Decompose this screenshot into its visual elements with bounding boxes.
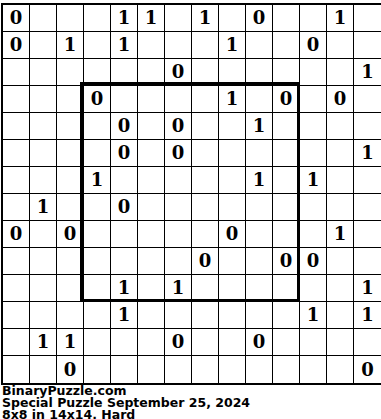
cell-r9c13[interactable] [354,248,381,275]
cell-r1c12[interactable] [327,32,354,59]
cell-r5c4: 0 [111,140,138,167]
cell-r9c1[interactable] [30,248,57,275]
cell-r11c7[interactable] [192,302,219,329]
cell-r5c11[interactable] [300,140,327,167]
cell-r10c13: 1 [354,275,381,302]
cell-r3c11[interactable] [300,86,327,113]
cell-r10c1[interactable] [30,275,57,302]
cell-r10c5[interactable] [138,275,165,302]
cell-r11c0[interactable] [3,302,30,329]
cell-r12c8[interactable] [219,329,246,356]
cell-r13c1[interactable] [30,356,57,383]
cell-r5c12[interactable] [327,140,354,167]
cell-r1c1[interactable] [30,32,57,59]
puzzle-difficulty: 8x8 in 14x14, Hard [2,409,381,419]
cell-r2c9[interactable] [246,59,273,86]
cell-r10c11[interactable] [300,275,327,302]
cell-r3c0[interactable] [3,86,30,113]
cell-r11c12[interactable] [327,302,354,329]
cell-r0c6[interactable] [165,5,192,32]
cell-r6c1[interactable] [30,167,57,194]
cell-r3c3: 0 [84,86,111,113]
cell-r9c7: 0 [192,248,219,275]
cell-r11c1[interactable] [30,302,57,329]
cell-r2c2[interactable] [57,59,84,86]
cell-r7c12[interactable] [327,194,354,221]
cell-r0c1[interactable] [30,5,57,32]
cell-r5c3[interactable] [84,140,111,167]
cell-r7c0[interactable] [3,194,30,221]
cell-r7c5[interactable] [138,194,165,221]
cell-r9c8[interactable] [219,248,246,275]
cell-r5c10[interactable] [273,140,300,167]
cell-r10c4: 1 [111,275,138,302]
cell-r8c5[interactable] [138,221,165,248]
cell-r8c12: 1 [327,221,354,248]
cell-r11c11: 1 [300,302,327,329]
cell-r6c6[interactable] [165,167,192,194]
cell-r2c11[interactable] [300,59,327,86]
cell-r4c6: 0 [165,113,192,140]
cell-r3c10: 0 [273,86,300,113]
caption: BinaryPuzzle.com Special Puzzle Septembe… [0,385,381,419]
cell-r6c2[interactable] [57,167,84,194]
cell-r4c1[interactable] [30,113,57,140]
cell-r6c4[interactable] [111,167,138,194]
cell-r0c12: 1 [327,5,354,32]
cell-r12c10[interactable] [273,329,300,356]
cell-r10c10[interactable] [273,275,300,302]
cell-r3c1[interactable] [30,86,57,113]
cell-r4c3[interactable] [84,113,111,140]
cell-r7c1: 1 [30,194,57,221]
cell-r9c11: 0 [300,248,327,275]
cell-r10c0[interactable] [3,275,30,302]
cell-r13c12[interactable] [327,356,354,383]
cell-r1c3[interactable] [84,32,111,59]
cell-r13c3[interactable] [84,356,111,383]
cell-r1c13[interactable] [354,32,381,59]
cell-r1c8: 1 [219,32,246,59]
cell-r4c13[interactable] [354,113,381,140]
cell-r4c0[interactable] [3,113,30,140]
cell-r2c8[interactable] [219,59,246,86]
puzzle-grid: 0111010111001010000100111110000100011111… [1,3,381,385]
cell-r12c3[interactable] [84,329,111,356]
cell-r2c5[interactable] [138,59,165,86]
cell-r3c8: 1 [219,86,246,113]
cell-r6c13[interactable] [354,167,381,194]
cell-r11c2[interactable] [57,302,84,329]
cell-r8c10[interactable] [273,221,300,248]
cell-r0c11[interactable] [300,5,327,32]
cell-r9c6[interactable] [165,248,192,275]
cell-r12c13[interactable] [354,329,381,356]
cell-r12c0[interactable] [3,329,30,356]
cell-r13c0[interactable] [3,356,30,383]
cell-r5c8[interactable] [219,140,246,167]
cell-r13c4[interactable] [111,356,138,383]
cell-r11c9[interactable] [246,302,273,329]
cell-r5c7[interactable] [192,140,219,167]
cell-r11c6[interactable] [165,302,192,329]
cell-r2c12[interactable] [327,59,354,86]
cell-r0c9: 0 [246,5,273,32]
cell-r4c11[interactable] [300,113,327,140]
cell-r13c9[interactable] [246,356,273,383]
cell-r6c3: 1 [84,167,111,194]
cell-r2c1[interactable] [30,59,57,86]
cell-r2c10[interactable] [273,59,300,86]
cell-r11c10[interactable] [273,302,300,329]
cell-r10c8[interactable] [219,275,246,302]
cell-r10c2[interactable] [57,275,84,302]
cell-r7c6[interactable] [165,194,192,221]
cell-r6c11: 1 [300,167,327,194]
cell-r0c0: 0 [3,5,30,32]
cell-r4c10[interactable] [273,113,300,140]
cell-r7c13[interactable] [354,194,381,221]
cell-r8c13[interactable] [354,221,381,248]
cell-r7c9[interactable] [246,194,273,221]
cell-r1c4: 1 [111,32,138,59]
cell-r10c7[interactable] [192,275,219,302]
cell-r4c2[interactable] [57,113,84,140]
cell-r0c8[interactable] [219,5,246,32]
cell-r2c4[interactable] [111,59,138,86]
cell-r6c0[interactable] [3,167,30,194]
cell-r1c6[interactable] [165,32,192,59]
cell-r3c9[interactable] [246,86,273,113]
cell-r12c7[interactable] [192,329,219,356]
cell-r7c3[interactable] [84,194,111,221]
cell-r6c10[interactable] [273,167,300,194]
cell-r12c4[interactable] [111,329,138,356]
cell-r13c13: 0 [354,356,381,383]
cell-r5c9[interactable] [246,140,273,167]
cell-r13c10[interactable] [273,356,300,383]
cell-r3c5[interactable] [138,86,165,113]
cell-r4c5[interactable] [138,113,165,140]
cell-r9c4[interactable] [111,248,138,275]
cell-r1c5[interactable] [138,32,165,59]
cell-r7c10[interactable] [273,194,300,221]
cell-r5c13: 1 [354,140,381,167]
cell-r2c13: 1 [354,59,381,86]
cell-r9c10: 0 [273,248,300,275]
cell-r5c2[interactable] [57,140,84,167]
cell-r10c12[interactable] [327,275,354,302]
cell-r12c12[interactable] [327,329,354,356]
cell-r7c2[interactable] [57,194,84,221]
cell-r5c6: 0 [165,140,192,167]
cell-r11c3[interactable] [84,302,111,329]
cell-r12c9: 0 [246,329,273,356]
cell-r8c2: 0 [57,221,84,248]
cell-r6c7[interactable] [192,167,219,194]
cell-r8c11[interactable] [300,221,327,248]
cell-r13c8[interactable] [219,356,246,383]
cell-r2c7[interactable] [192,59,219,86]
cell-r1c11: 0 [300,32,327,59]
cell-r7c4: 0 [111,194,138,221]
cell-r3c13[interactable] [354,86,381,113]
cell-r3c6[interactable] [165,86,192,113]
cell-r5c0[interactable] [3,140,30,167]
cell-r4c9: 1 [246,113,273,140]
cell-r5c1[interactable] [30,140,57,167]
cell-r4c8[interactable] [219,113,246,140]
cell-r1c10[interactable] [273,32,300,59]
cell-r9c5[interactable] [138,248,165,275]
cell-r6c12[interactable] [327,167,354,194]
cell-r9c9[interactable] [246,248,273,275]
cell-r0c4: 1 [111,5,138,32]
cell-r6c9: 1 [246,167,273,194]
cell-r8c4[interactable] [111,221,138,248]
cell-r6c8[interactable] [219,167,246,194]
cell-r8c6[interactable] [165,221,192,248]
cell-r1c9[interactable] [246,32,273,59]
puzzle-board: 0111010111001010000100111110000100011111… [1,3,381,385]
cell-r12c11[interactable] [300,329,327,356]
cell-r1c7[interactable] [192,32,219,59]
cell-r3c7[interactable] [192,86,219,113]
cell-r1c0: 0 [3,32,30,59]
cell-r9c0[interactable] [3,248,30,275]
cell-r8c1[interactable] [30,221,57,248]
cell-r6c5[interactable] [138,167,165,194]
cell-r13c5[interactable] [138,356,165,383]
cell-r4c12[interactable] [327,113,354,140]
cell-r12c5[interactable] [138,329,165,356]
cell-r3c4[interactable] [111,86,138,113]
cell-r11c4: 1 [111,302,138,329]
cell-r10c6: 1 [165,275,192,302]
cell-r1c2: 1 [57,32,84,59]
cell-r3c12: 0 [327,86,354,113]
cell-r4c4: 0 [111,113,138,140]
cell-r13c2: 0 [57,356,84,383]
cell-r13c7[interactable] [192,356,219,383]
cell-r12c2: 1 [57,329,84,356]
cell-r2c6: 0 [165,59,192,86]
cell-r10c9[interactable] [246,275,273,302]
cell-r7c11[interactable] [300,194,327,221]
cell-r8c8: 0 [219,221,246,248]
cell-r13c11[interactable] [300,356,327,383]
cell-r3c2[interactable] [57,86,84,113]
cell-r7c8[interactable] [219,194,246,221]
cell-r9c3[interactable] [84,248,111,275]
cell-r9c2[interactable] [57,248,84,275]
cell-r0c2[interactable] [57,5,84,32]
cell-r9c12[interactable] [327,248,354,275]
cell-r4c7[interactable] [192,113,219,140]
cell-r11c5[interactable] [138,302,165,329]
cell-r2c3[interactable] [84,59,111,86]
cell-r5c5[interactable] [138,140,165,167]
cell-r0c3[interactable] [84,5,111,32]
cell-r8c0: 0 [3,221,30,248]
cell-r13c6[interactable] [165,356,192,383]
cell-r0c5: 1 [138,5,165,32]
cell-r12c1: 1 [30,329,57,356]
cell-r8c9[interactable] [246,221,273,248]
cell-r10c3[interactable] [84,275,111,302]
cell-r11c13: 1 [354,302,381,329]
cell-r8c7[interactable] [192,221,219,248]
cell-r0c13[interactable] [354,5,381,32]
cell-r0c10[interactable] [273,5,300,32]
cell-r8c3[interactable] [84,221,111,248]
cell-r0c7: 1 [192,5,219,32]
cell-r7c7[interactable] [192,194,219,221]
cell-r2c0[interactable] [3,59,30,86]
cell-r12c6: 0 [165,329,192,356]
cell-r11c8[interactable] [219,302,246,329]
